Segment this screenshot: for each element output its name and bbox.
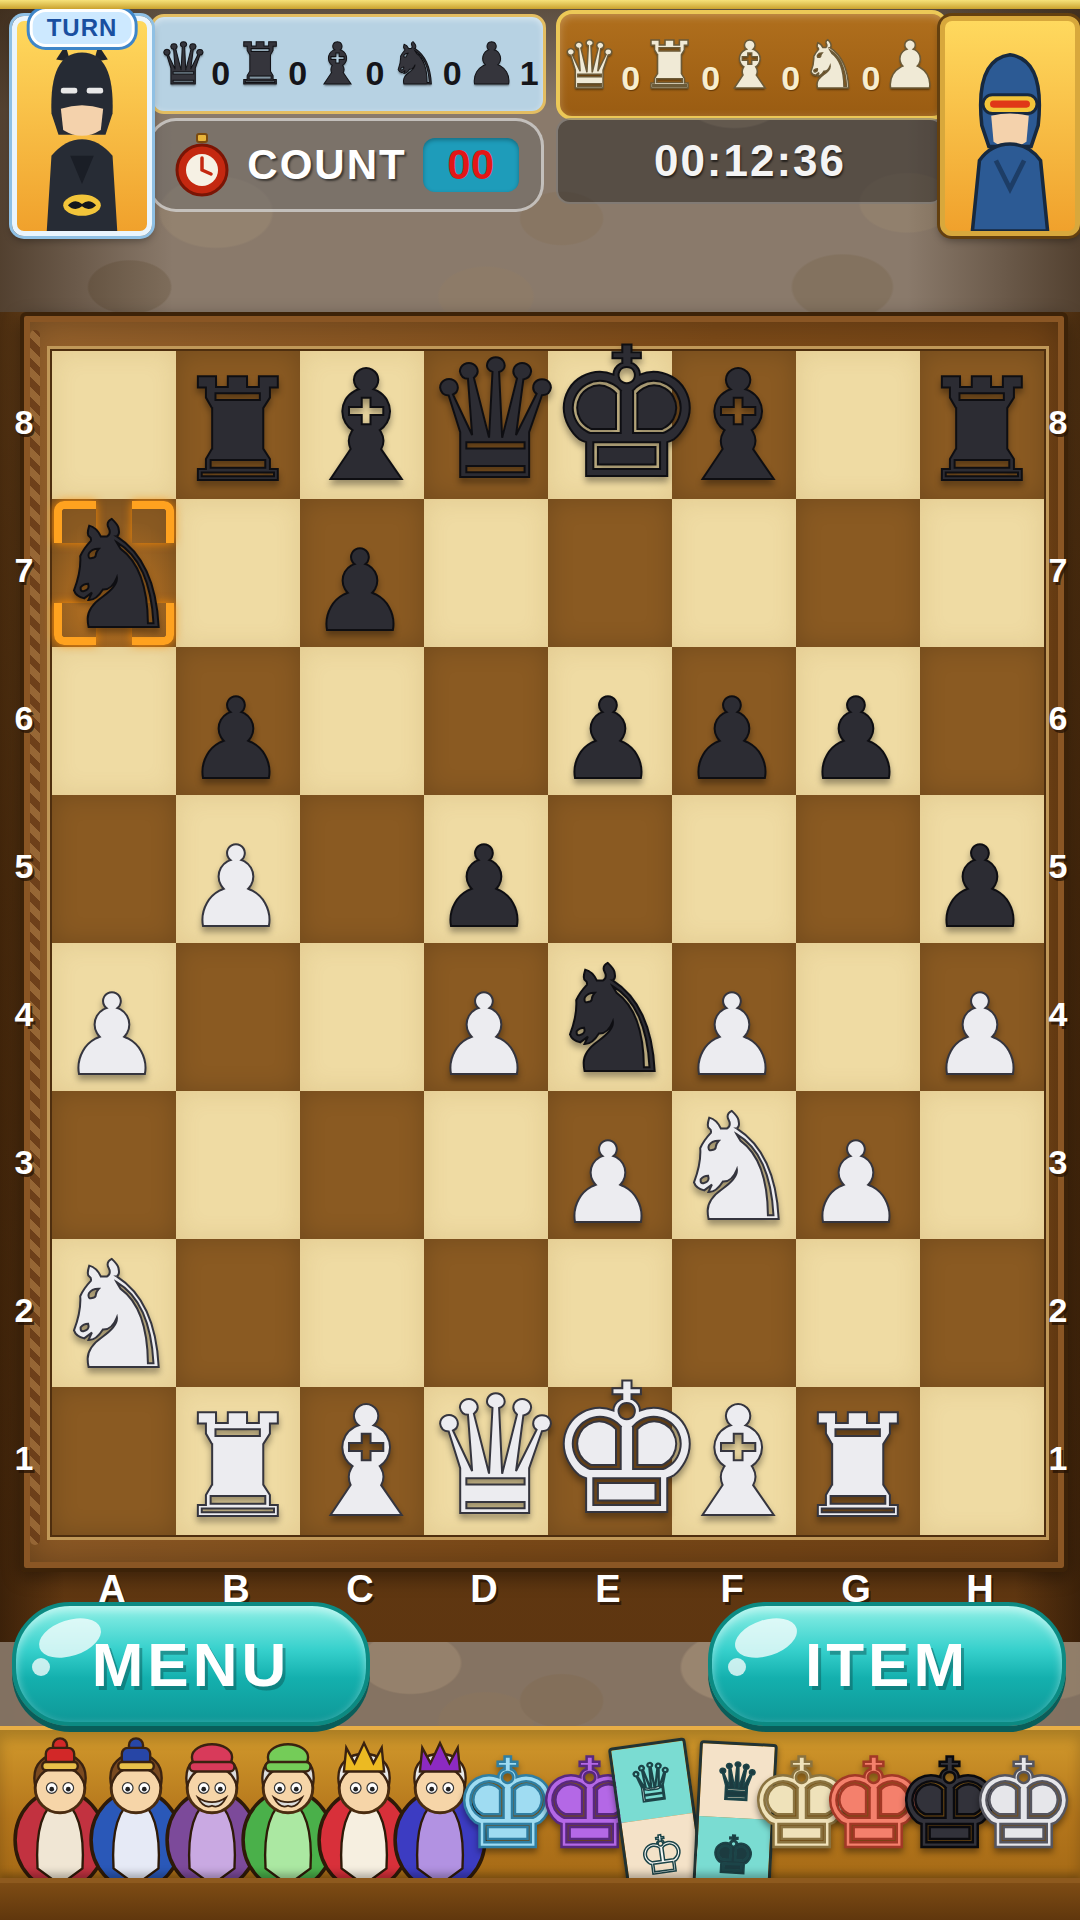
square-h6[interactable] [920,647,1044,795]
theme-card-half: ♕♔ [608,1737,706,1898]
rank-label-3-left: 3 [6,1143,42,1182]
square-g7[interactable] [796,499,920,647]
piece-white-king-e1[interactable]: ♚ [546,1360,670,1540]
square-g8[interactable] [796,351,920,499]
square-f7[interactable] [672,499,796,647]
square-a5[interactable] [52,795,176,943]
piece-white-pawn-h4[interactable]: ♟ [918,980,1042,1092]
menu-button-label: MENU [92,1629,291,1700]
queen-icon: ♛ [157,35,209,93]
piece-white-rook-b1[interactable]: ♜ [174,1396,298,1538]
piece-black-pawn-d5[interactable]: ♟ [422,832,546,944]
piece-white-pawn-b5[interactable]: ♟ [174,832,298,944]
piece-white-queen-d1[interactable]: ♛ [422,1375,546,1539]
piece-black-pawn-b6[interactable]: ♟ [174,684,298,796]
turn-badge: TURN [30,9,135,47]
item-button[interactable]: ITEM [708,1602,1066,1726]
piece-black-knight-a7[interactable]: ♞ [50,502,174,650]
white-king-item-glyph: ♚ [968,1735,1079,1873]
rank-label-2-right: 2 [1040,1291,1076,1330]
top-gold-border [0,0,1080,9]
square-c3[interactable] [300,1091,424,1239]
square-h7[interactable] [920,499,1044,647]
black-captured-bishop: ♝0 [312,35,385,93]
rank-label-3-right: 3 [1040,1143,1076,1182]
piece-white-pawn-d4[interactable]: ♟ [422,980,546,1092]
square-c5[interactable] [300,795,424,943]
timer-value: 00:12:36 [654,136,846,186]
timer-panel: 00:12:36 [556,118,944,204]
square-d7[interactable] [424,499,548,647]
rank-label-6-left: 6 [6,699,42,738]
white-captured-bishop: ♝0 [720,32,800,98]
pawn-icon: ♟ [880,32,939,98]
piece-black-king-e8[interactable]: ♚ [546,324,670,504]
square-c4[interactable] [300,943,424,1091]
piece-white-knight-f3[interactable]: ♞ [670,1094,794,1242]
square-d3[interactable] [424,1091,548,1239]
square-b2[interactable] [176,1239,300,1387]
rank-label-7-right: 7 [1040,551,1076,590]
black-captured-queen-count: 0 [211,54,230,93]
square-b3[interactable] [176,1091,300,1239]
piece-black-bishop-c8[interactable]: ♝ [298,350,422,502]
black-captured-bishop-count: 0 [366,54,385,93]
square-f5[interactable] [672,795,796,943]
rank-label-4-right: 4 [1040,995,1076,1034]
white-captured-rook: ♜0 [640,32,720,98]
white-captured-knight: ♞0 [800,32,880,98]
rank-label-8-right: 8 [1040,403,1076,442]
tray-shelf [0,1878,1080,1920]
piece-black-queen-d8[interactable]: ♛ [422,339,546,503]
square-b7[interactable] [176,499,300,647]
white-captured-tray: ♛0♜0♝0♞0♟1 [556,10,948,120]
rank-label-1-right: 1 [1040,1439,1076,1478]
square-c6[interactable] [300,647,424,795]
piece-white-knight-a2[interactable]: ♞ [50,1242,174,1390]
white-player-card [940,16,1080,236]
piece-black-pawn-f6[interactable]: ♟ [670,684,794,796]
theme-card-tile: ♕ [611,1741,692,1823]
piece-black-pawn-e6[interactable]: ♟ [546,684,670,796]
white-captured-rook-count: 0 [701,59,720,98]
white-captured-queen-count: 0 [621,59,640,98]
piece-black-pawn-g6[interactable]: ♟ [794,684,918,796]
white-captured-knight-count: 0 [861,59,880,98]
piece-black-pawn-h5[interactable]: ♟ [918,832,1042,944]
black-captured-knight: ♞0 [389,35,462,93]
white-king-item[interactable]: ♚ [968,1742,1079,1866]
batman-avatar [23,43,141,231]
file-label-D: D [422,1568,546,1611]
cyclops-avatar [951,43,1069,231]
piece-white-pawn-f4[interactable]: ♟ [670,980,794,1092]
black-captured-tray: ♛0♜0♝0♞0♟1 [150,14,546,114]
square-a6[interactable] [52,647,176,795]
square-h2[interactable] [920,1239,1044,1387]
rope-decoration [30,330,40,1545]
rank-label-5-left: 5 [6,847,42,886]
white-captured-bishop-count: 0 [781,59,800,98]
black-player-card: TURN [12,16,152,236]
rank-label-8-left: 8 [6,403,42,442]
piece-white-bishop-c1[interactable]: ♝ [298,1386,422,1538]
black-captured-pawn: ♟1 [466,35,539,93]
square-g5[interactable] [796,795,920,943]
black-captured-queen: ♛0 [157,35,230,93]
piece-black-knight-e4[interactable]: ♞ [546,946,670,1094]
rank-label-6-right: 6 [1040,699,1076,738]
piece-black-pawn-c7[interactable]: ♟ [298,536,422,648]
piece-white-pawn-a4[interactable]: ♟ [50,980,174,1092]
count-panel: COUNT 00 [148,118,544,212]
bishop-icon: ♝ [312,35,364,93]
square-c2[interactable] [300,1239,424,1387]
square-h3[interactable] [920,1091,1044,1239]
stopwatch-icon [173,132,231,198]
count-label: COUNT [247,141,406,189]
square-d6[interactable] [424,647,548,795]
piece-white-pawn-g3[interactable]: ♟ [794,1128,918,1240]
rook-icon: ♜ [234,35,286,93]
count-value: 00 [447,141,494,189]
rank-label-4-left: 4 [6,995,42,1034]
rook-icon: ♜ [640,32,699,98]
pawn-icon: ♟ [466,35,518,93]
square-e7[interactable] [548,499,672,647]
piece-white-rook-g1[interactable]: ♜ [794,1396,918,1538]
square-a8[interactable] [52,351,176,499]
piece-black-rook-b8[interactable]: ♜ [174,360,298,502]
rank-label-5-right: 5 [1040,847,1076,886]
item-button-label: ITEM [805,1629,969,1700]
piece-black-rook-h8[interactable]: ♜ [918,360,1042,502]
piece-white-bishop-f1[interactable]: ♝ [670,1386,794,1538]
file-label-E: E [546,1568,670,1611]
bishop-icon: ♝ [720,32,779,98]
square-b4[interactable] [176,943,300,1091]
menu-button[interactable]: MENU [12,1602,370,1726]
rank-label-7-left: 7 [6,551,42,590]
square-g2[interactable] [796,1239,920,1387]
black-captured-pawn-count: 1 [520,54,539,93]
knight-icon: ♞ [800,32,859,98]
square-a3[interactable] [52,1091,176,1239]
rank-label-2-left: 2 [6,1291,42,1330]
black-captured-rook: ♜0 [234,35,307,93]
game-screen: TURN ♛0♜0♝0♞0♟1 ♛0♜0♝0♞0♟1 [0,0,1080,1920]
square-a1[interactable] [52,1387,176,1535]
piece-white-pawn-e3[interactable]: ♟ [546,1128,670,1240]
square-h1[interactable] [920,1387,1044,1535]
white-captured-queen: ♛0 [560,32,640,98]
rank-label-1-left: 1 [6,1439,42,1478]
piece-black-bishop-f8[interactable]: ♝ [670,350,794,502]
black-captured-knight-count: 0 [443,54,462,93]
count-value-box: 00 [423,138,519,192]
square-e5[interactable] [548,795,672,943]
queen-icon: ♛ [560,32,619,98]
knight-icon: ♞ [389,35,441,93]
square-g4[interactable] [796,943,920,1091]
black-captured-rook-count: 0 [288,54,307,93]
